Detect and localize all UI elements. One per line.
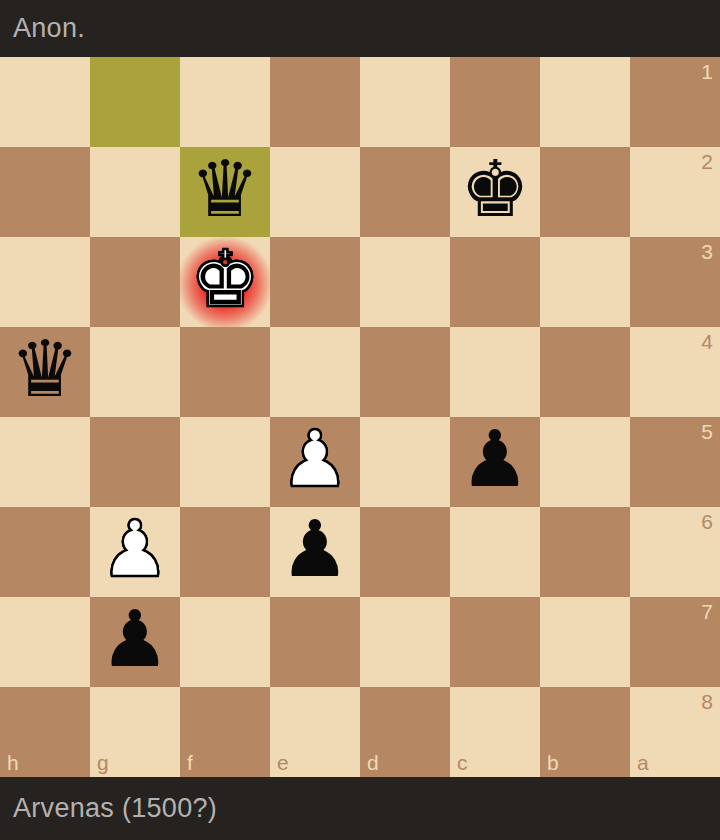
square-g4[interactable]	[90, 327, 180, 417]
black-pawn-e6[interactable]: ♟	[280, 510, 350, 588]
square-h6[interactable]	[0, 507, 90, 597]
white-king-f3[interactable]: ♚	[190, 240, 260, 318]
square-c4[interactable]	[450, 327, 540, 417]
square-d7[interactable]	[360, 597, 450, 687]
square-b2[interactable]	[540, 147, 630, 237]
square-c7[interactable]	[450, 597, 540, 687]
file-label-b: b	[547, 752, 559, 773]
black-queen-h4[interactable]: ♛	[10, 330, 80, 408]
square-a4[interactable]: 4	[630, 327, 720, 417]
square-c8[interactable]: c	[450, 687, 540, 777]
file-label-d: d	[367, 752, 379, 773]
square-c5[interactable]: ♟	[450, 417, 540, 507]
rank-label-7: 7	[701, 601, 713, 622]
black-pawn-g7[interactable]: ♟	[100, 600, 170, 678]
square-b8[interactable]: b	[540, 687, 630, 777]
square-d6[interactable]	[360, 507, 450, 597]
square-h7[interactable]	[0, 597, 90, 687]
rank-label-5: 5	[701, 421, 713, 442]
square-h2[interactable]	[0, 147, 90, 237]
opponent-bar: Anon.	[0, 0, 720, 57]
square-g6[interactable]: ♟	[90, 507, 180, 597]
square-a5[interactable]: 5	[630, 417, 720, 507]
square-e5[interactable]: ♟	[270, 417, 360, 507]
square-f3[interactable]: ♚	[180, 237, 270, 327]
square-f1[interactable]	[180, 57, 270, 147]
square-a8[interactable]: 8a	[630, 687, 720, 777]
square-f6[interactable]	[180, 507, 270, 597]
square-g7[interactable]: ♟	[90, 597, 180, 687]
square-a1[interactable]: 1	[630, 57, 720, 147]
file-label-c: c	[457, 752, 468, 773]
file-label-e: e	[277, 752, 289, 773]
square-d5[interactable]	[360, 417, 450, 507]
player-bar: Arvenas (1500?)	[0, 777, 720, 840]
square-b1[interactable]	[540, 57, 630, 147]
black-king-c2[interactable]: ♚	[460, 150, 530, 228]
rank-label-6: 6	[701, 511, 713, 532]
square-c1[interactable]	[450, 57, 540, 147]
white-pawn-e5[interactable]: ♟	[280, 420, 350, 498]
player-name: Arvenas (1500?)	[13, 793, 217, 824]
square-c3[interactable]	[450, 237, 540, 327]
chess-board[interactable]: 1♛♚2♚3♛4♟♟5♟♟6♟7hgfedcb8a	[0, 57, 720, 777]
opponent-name: Anon.	[13, 13, 85, 44]
black-queen-f2[interactable]: ♛	[190, 150, 260, 228]
rank-label-1: 1	[701, 61, 713, 82]
square-a7[interactable]: 7	[630, 597, 720, 687]
square-a3[interactable]: 3	[630, 237, 720, 327]
square-d1[interactable]	[360, 57, 450, 147]
square-g1[interactable]	[90, 57, 180, 147]
square-e8[interactable]: e	[270, 687, 360, 777]
square-g5[interactable]	[90, 417, 180, 507]
rank-label-2: 2	[701, 151, 713, 172]
square-d2[interactable]	[360, 147, 450, 237]
rank-label-3: 3	[701, 241, 713, 262]
black-pawn-c5[interactable]: ♟	[460, 420, 530, 498]
square-f8[interactable]: f	[180, 687, 270, 777]
square-f5[interactable]	[180, 417, 270, 507]
square-h5[interactable]	[0, 417, 90, 507]
square-e2[interactable]	[270, 147, 360, 237]
square-h3[interactable]	[0, 237, 90, 327]
square-d4[interactable]	[360, 327, 450, 417]
square-b6[interactable]	[540, 507, 630, 597]
rank-label-8: 8	[701, 691, 713, 712]
file-label-f: f	[187, 752, 193, 773]
square-f7[interactable]	[180, 597, 270, 687]
white-pawn-g6[interactable]: ♟	[100, 510, 170, 588]
square-b5[interactable]	[540, 417, 630, 507]
file-label-h: h	[7, 752, 19, 773]
square-g2[interactable]	[90, 147, 180, 237]
square-g8[interactable]: g	[90, 687, 180, 777]
square-a2[interactable]: 2	[630, 147, 720, 237]
square-d8[interactable]: d	[360, 687, 450, 777]
chess-app: Anon. 1♛♚2♚3♛4♟♟5♟♟6♟7hgfedcb8a Arvenas …	[0, 0, 720, 840]
square-h8[interactable]: h	[0, 687, 90, 777]
square-e7[interactable]	[270, 597, 360, 687]
square-b3[interactable]	[540, 237, 630, 327]
square-e1[interactable]	[270, 57, 360, 147]
file-label-a: a	[637, 752, 649, 773]
square-a6[interactable]: 6	[630, 507, 720, 597]
square-e4[interactable]	[270, 327, 360, 417]
square-g3[interactable]	[90, 237, 180, 327]
rank-label-4: 4	[701, 331, 713, 352]
file-label-g: g	[97, 752, 109, 773]
square-d3[interactable]	[360, 237, 450, 327]
square-b4[interactable]	[540, 327, 630, 417]
square-f4[interactable]	[180, 327, 270, 417]
square-h1[interactable]	[0, 57, 90, 147]
square-e6[interactable]: ♟	[270, 507, 360, 597]
square-f2[interactable]: ♛	[180, 147, 270, 237]
square-b7[interactable]	[540, 597, 630, 687]
square-h4[interactable]: ♛	[0, 327, 90, 417]
square-c6[interactable]	[450, 507, 540, 597]
square-c2[interactable]: ♚	[450, 147, 540, 237]
square-e3[interactable]	[270, 237, 360, 327]
